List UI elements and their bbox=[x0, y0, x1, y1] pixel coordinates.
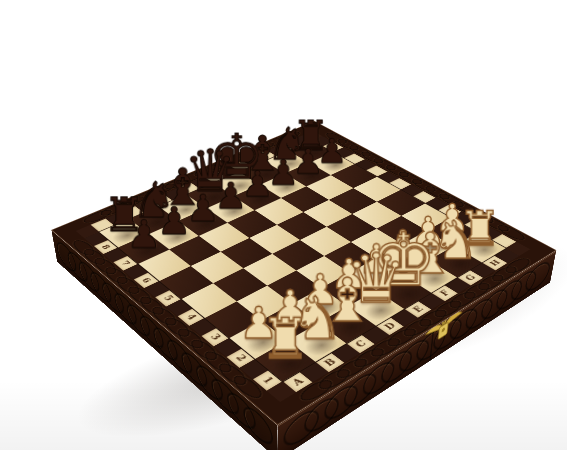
piece-glyph: ♜ bbox=[260, 311, 310, 367]
file-label: C bbox=[353, 339, 368, 349]
file-label: E bbox=[411, 305, 425, 314]
piece-glyph: ♟ bbox=[157, 202, 191, 240]
rank-label: 5 bbox=[162, 294, 175, 302]
rank-label: 7 bbox=[120, 259, 133, 266]
file-label: D bbox=[382, 321, 397, 331]
rank-label: 4 bbox=[185, 313, 199, 321]
piece-glyph: ♟ bbox=[127, 215, 162, 253]
rank-label: 1 bbox=[261, 375, 276, 385]
file-label: B bbox=[322, 357, 337, 368]
file-label: H bbox=[488, 259, 502, 267]
file-label: F bbox=[438, 289, 451, 297]
rank-label: 8 bbox=[100, 243, 112, 250]
chess-set-photo: 87654321 ABCDEFGH ♜♞♝♛♚♝♞♜♟♟♟♟♟♟♟♟♟♟♟♟♟♟… bbox=[0, 0, 567, 450]
rank-label: 6 bbox=[140, 276, 153, 284]
board-top-face: 87654321 ABCDEFGH ♜♞♝♛♚♝♞♜♟♟♟♟♟♟♟♟♟♟♟♟♟♟… bbox=[51, 121, 556, 425]
file-label: G bbox=[463, 273, 477, 281]
file-label: A bbox=[290, 376, 305, 387]
rank-label: 2 bbox=[234, 353, 248, 362]
rank-label: 3 bbox=[208, 333, 222, 342]
piece-glyph: ♟ bbox=[186, 190, 219, 227]
chess-board-box: 87654321 ABCDEFGH ♜♞♝♛♚♝♞♜♟♟♟♟♟♟♟♟♟♟♟♟♟♟… bbox=[51, 121, 556, 425]
